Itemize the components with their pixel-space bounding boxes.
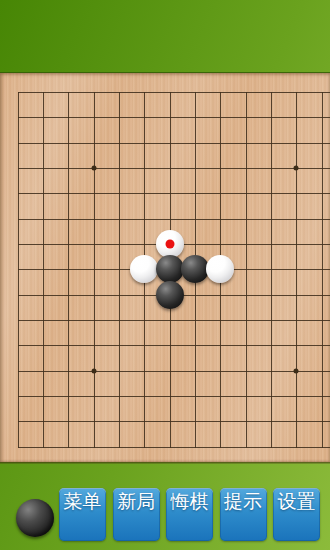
h-grid-line <box>18 447 330 448</box>
new-game-button[interactable]: 新局 <box>113 488 160 541</box>
star-point <box>91 166 96 171</box>
h-grid-line <box>18 168 330 169</box>
stone-white <box>206 255 234 283</box>
app-screen: 菜单 新局 悔棋 提示 设置 <box>0 0 330 550</box>
h-grid-line <box>18 320 330 321</box>
stone-white-last-move <box>156 230 184 258</box>
toolbar-buttons: 菜单 新局 悔棋 提示 设置 <box>59 488 320 541</box>
last-move-marker-dot <box>165 240 174 249</box>
settings-button[interactable]: 设置 <box>273 488 320 541</box>
v-grid-line <box>119 92 120 448</box>
star-point <box>91 368 96 373</box>
stone-black <box>156 281 184 309</box>
h-grid-line <box>18 345 330 346</box>
v-grid-line <box>322 92 323 448</box>
h-grid-line <box>18 117 330 118</box>
h-grid-line <box>18 219 330 220</box>
top-green-banner <box>0 0 330 73</box>
stone-black <box>181 255 209 283</box>
v-grid-line <box>68 92 69 448</box>
v-grid-line <box>94 92 95 448</box>
bottom-toolbar: 菜单 新局 悔棋 提示 设置 <box>0 462 330 550</box>
hint-button[interactable]: 提示 <box>220 488 267 541</box>
h-grid-line <box>18 193 330 194</box>
menu-button[interactable]: 菜单 <box>59 488 106 541</box>
h-grid-line <box>18 92 330 93</box>
v-grid-line <box>296 92 297 448</box>
v-grid-line <box>18 92 19 448</box>
gomoku-board[interactable] <box>0 73 330 462</box>
v-grid-line <box>246 92 247 448</box>
undo-button[interactable]: 悔棋 <box>166 488 213 541</box>
turn-indicator-black-stone <box>16 499 54 537</box>
h-grid-line <box>18 396 330 397</box>
h-grid-line <box>18 143 330 144</box>
v-grid-line <box>43 92 44 448</box>
stone-white <box>130 255 158 283</box>
h-grid-line <box>18 371 330 372</box>
star-point <box>294 368 299 373</box>
star-point <box>294 166 299 171</box>
stone-black <box>156 255 184 283</box>
v-grid-line <box>271 92 272 448</box>
h-grid-line <box>18 421 330 422</box>
